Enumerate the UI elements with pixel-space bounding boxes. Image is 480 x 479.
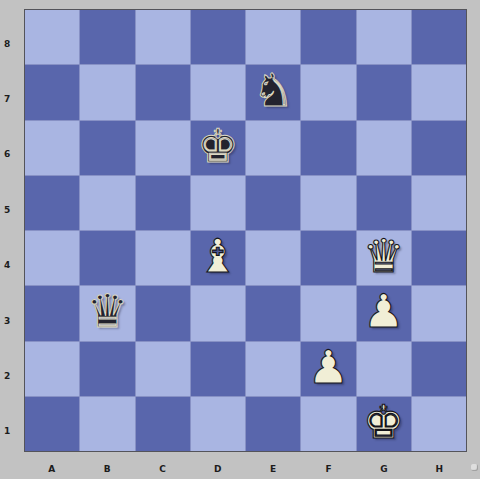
square-e3[interactable] bbox=[246, 286, 300, 340]
square-b6[interactable] bbox=[80, 121, 134, 175]
square-f1[interactable] bbox=[301, 397, 355, 451]
piece-black-knight[interactable]: ♞ bbox=[253, 67, 294, 113]
square-g8[interactable] bbox=[357, 10, 411, 64]
file-label-c: C bbox=[135, 456, 190, 479]
file-label-e: E bbox=[246, 456, 301, 479]
square-e8[interactable] bbox=[246, 10, 300, 64]
square-f6[interactable] bbox=[301, 121, 355, 175]
square-c3[interactable] bbox=[136, 286, 190, 340]
file-label-h: H bbox=[412, 456, 467, 479]
square-d4[interactable]: ♝ bbox=[191, 231, 245, 285]
square-h7[interactable] bbox=[412, 65, 466, 119]
file-labels-row: ABCDEFGH bbox=[24, 453, 467, 479]
square-d2[interactable] bbox=[191, 342, 245, 396]
rank-label-3: 3 bbox=[0, 293, 24, 348]
piece-white-pawn[interactable]: ♟ bbox=[308, 344, 349, 390]
square-b4[interactable] bbox=[80, 231, 134, 285]
square-c4[interactable] bbox=[136, 231, 190, 285]
square-f7[interactable] bbox=[301, 65, 355, 119]
square-a6[interactable] bbox=[25, 121, 79, 175]
piece-white-pawn[interactable]: ♟ bbox=[363, 288, 404, 334]
square-a8[interactable] bbox=[25, 10, 79, 64]
square-e7[interactable]: ♞ bbox=[246, 65, 300, 119]
square-d7[interactable] bbox=[191, 65, 245, 119]
square-c7[interactable] bbox=[136, 65, 190, 119]
square-h4[interactable] bbox=[412, 231, 466, 285]
square-h3[interactable] bbox=[412, 286, 466, 340]
square-e1[interactable] bbox=[246, 397, 300, 451]
piece-white-king[interactable]: ♚ bbox=[363, 399, 404, 445]
square-b8[interactable] bbox=[80, 10, 134, 64]
square-a2[interactable] bbox=[25, 342, 79, 396]
square-h6[interactable] bbox=[412, 121, 466, 175]
resize-grip-dot bbox=[471, 464, 478, 471]
square-c8[interactable] bbox=[136, 10, 190, 64]
piece-black-king[interactable]: ♚ bbox=[197, 123, 238, 169]
file-label-f: F bbox=[301, 456, 356, 479]
square-f2[interactable]: ♟ bbox=[301, 342, 355, 396]
file-label-b: B bbox=[79, 456, 134, 479]
square-a1[interactable] bbox=[25, 397, 79, 451]
square-g5[interactable] bbox=[357, 176, 411, 230]
square-g1[interactable]: ♚ bbox=[357, 397, 411, 451]
square-g7[interactable] bbox=[357, 65, 411, 119]
chess-app-window: 87654321 ♞♚♝♛♛♟♟♚ ABCDEFGH bbox=[0, 0, 480, 479]
square-f5[interactable] bbox=[301, 176, 355, 230]
square-g6[interactable] bbox=[357, 121, 411, 175]
square-c2[interactable] bbox=[136, 342, 190, 396]
rank-labels-column: 87654321 bbox=[0, 9, 24, 452]
square-e5[interactable] bbox=[246, 176, 300, 230]
square-a4[interactable] bbox=[25, 231, 79, 285]
square-f8[interactable] bbox=[301, 10, 355, 64]
square-c5[interactable] bbox=[136, 176, 190, 230]
square-g2[interactable] bbox=[357, 342, 411, 396]
square-b2[interactable] bbox=[80, 342, 134, 396]
square-d1[interactable] bbox=[191, 397, 245, 451]
square-c1[interactable] bbox=[136, 397, 190, 451]
square-b7[interactable] bbox=[80, 65, 134, 119]
square-f3[interactable] bbox=[301, 286, 355, 340]
square-d8[interactable] bbox=[191, 10, 245, 64]
rank-label-4: 4 bbox=[0, 238, 24, 293]
rank-label-2: 2 bbox=[0, 348, 24, 403]
square-b5[interactable] bbox=[80, 176, 134, 230]
square-f4[interactable] bbox=[301, 231, 355, 285]
square-d5[interactable] bbox=[191, 176, 245, 230]
square-a3[interactable] bbox=[25, 286, 79, 340]
square-c6[interactable] bbox=[136, 121, 190, 175]
square-a5[interactable] bbox=[25, 176, 79, 230]
square-g4[interactable]: ♛ bbox=[357, 231, 411, 285]
file-label-g: G bbox=[356, 456, 411, 479]
file-label-d: D bbox=[190, 456, 245, 479]
rank-label-5: 5 bbox=[0, 182, 24, 237]
square-e4[interactable] bbox=[246, 231, 300, 285]
piece-black-queen[interactable]: ♛ bbox=[87, 288, 128, 334]
chess-board[interactable]: ♞♚♝♛♛♟♟♚ bbox=[24, 9, 467, 452]
rank-label-6: 6 bbox=[0, 127, 24, 182]
square-h2[interactable] bbox=[412, 342, 466, 396]
square-h5[interactable] bbox=[412, 176, 466, 230]
square-d3[interactable] bbox=[191, 286, 245, 340]
square-d6[interactable]: ♚ bbox=[191, 121, 245, 175]
piece-white-bishop[interactable]: ♝ bbox=[197, 233, 238, 279]
square-g3[interactable]: ♟ bbox=[357, 286, 411, 340]
rank-label-7: 7 bbox=[0, 71, 24, 126]
file-label-a: A bbox=[24, 456, 79, 479]
square-h1[interactable] bbox=[412, 397, 466, 451]
square-b3[interactable]: ♛ bbox=[80, 286, 134, 340]
square-e2[interactable] bbox=[246, 342, 300, 396]
piece-white-queen[interactable]: ♛ bbox=[363, 233, 404, 279]
rank-label-8: 8 bbox=[0, 16, 24, 71]
square-a7[interactable] bbox=[25, 65, 79, 119]
square-e6[interactable] bbox=[246, 121, 300, 175]
square-h8[interactable] bbox=[412, 10, 466, 64]
rank-label-1: 1 bbox=[0, 404, 24, 459]
square-b1[interactable] bbox=[80, 397, 134, 451]
